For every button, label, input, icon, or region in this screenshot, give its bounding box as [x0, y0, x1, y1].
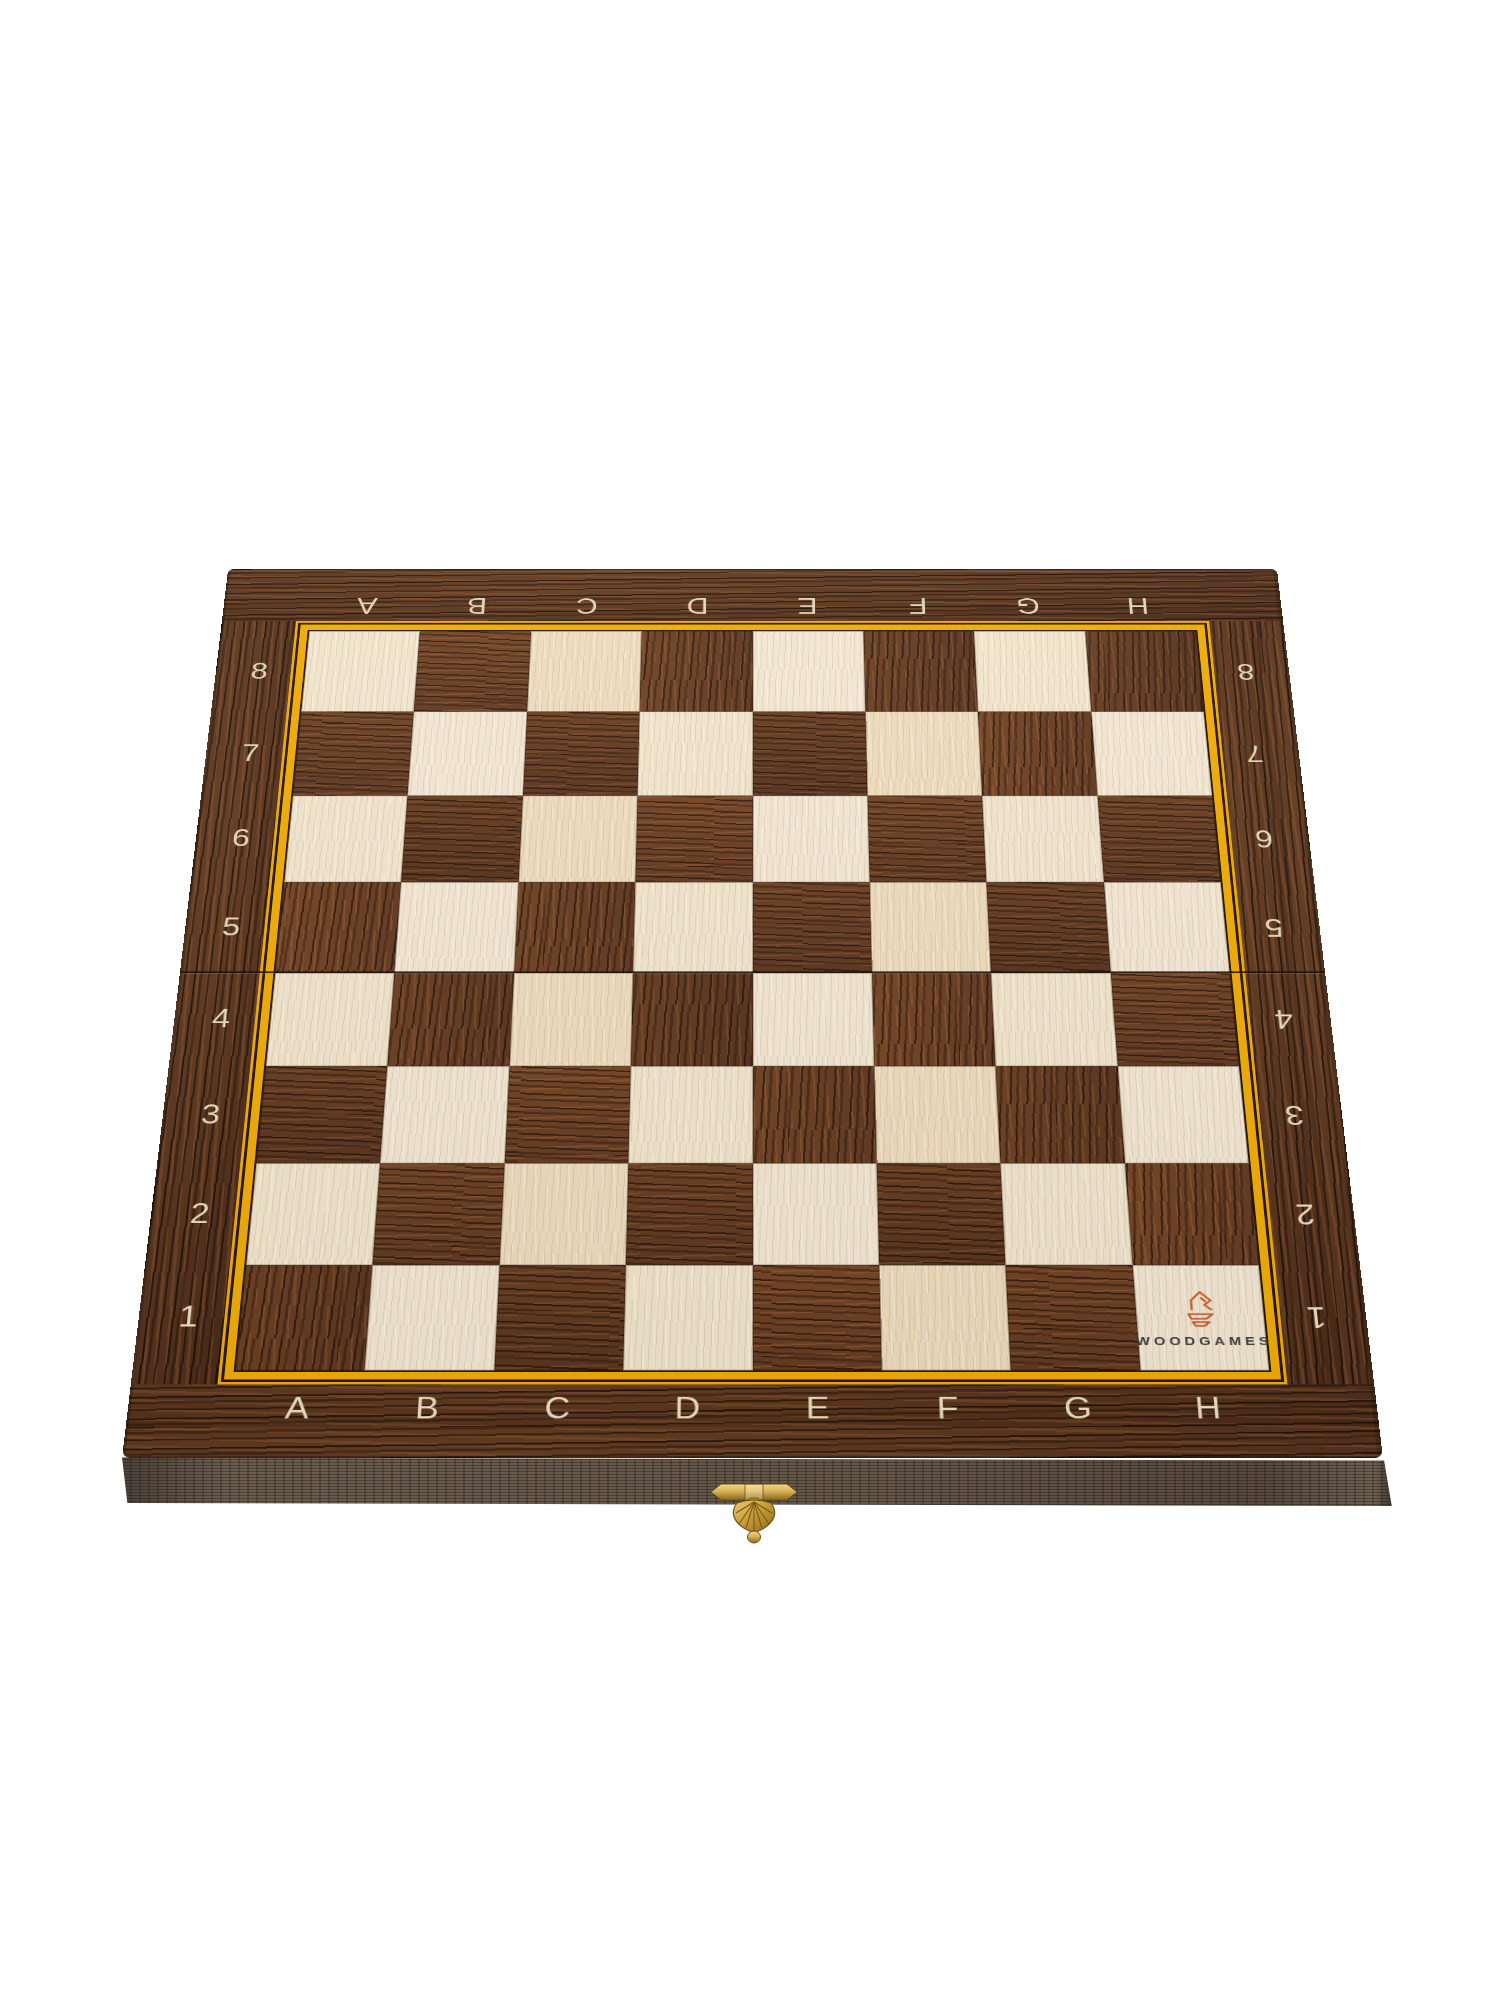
file-label-bottom-c: C	[544, 1393, 571, 1423]
rank-label-left-2: 2	[189, 1200, 211, 1228]
square-b7	[408, 712, 527, 796]
square-e6	[753, 796, 870, 883]
rank-label-left-1: 1	[177, 1303, 200, 1332]
square-g2	[1001, 1164, 1133, 1265]
square-e1	[753, 1265, 882, 1371]
square-d4	[631, 972, 753, 1066]
square-e4	[753, 972, 875, 1066]
square-b4	[388, 972, 514, 1066]
rank-label-right-4: 4	[1273, 1006, 1294, 1032]
file-label-bottom-b: B	[414, 1393, 440, 1423]
brass-clasp	[709, 1482, 799, 1548]
square-g8	[974, 631, 1091, 712]
rank-label-right-3: 3	[1283, 1101, 1305, 1128]
square-b6	[401, 796, 522, 883]
square-a6	[284, 796, 408, 883]
square-c6	[518, 796, 637, 883]
square-a1	[236, 1265, 373, 1371]
rank-label-left-3: 3	[200, 1101, 222, 1128]
square-g5	[987, 882, 1111, 972]
file-label-top-h: H	[1126, 595, 1150, 616]
square-f3	[874, 1066, 1000, 1163]
rank-label-left-8: 8	[250, 660, 269, 682]
rank-label-right-1: 1	[1305, 1303, 1328, 1332]
square-e5	[753, 882, 872, 972]
file-label-bottom-h: H	[1194, 1393, 1222, 1423]
square-h2	[1125, 1164, 1259, 1265]
file-label-top-a: A	[356, 595, 378, 616]
file-label-bottom-g: G	[1063, 1393, 1093, 1423]
square-h8	[1085, 631, 1204, 712]
square-f5	[870, 882, 992, 972]
rank-label-left-7: 7	[240, 742, 260, 765]
square-a4	[266, 972, 395, 1066]
rank-label-right-5: 5	[1263, 915, 1284, 940]
square-e8	[753, 631, 866, 712]
file-label-bottom-d: D	[674, 1393, 700, 1423]
square-a3	[256, 1066, 387, 1163]
square-h7	[1091, 712, 1212, 796]
knight-line-icon	[1176, 1289, 1224, 1329]
square-f7	[865, 712, 982, 796]
file-label-bottom-e: E	[806, 1393, 830, 1423]
square-b3	[380, 1066, 509, 1163]
square-c2	[499, 1164, 628, 1265]
square-d8	[640, 631, 753, 712]
square-e7	[753, 712, 868, 796]
square-g4	[991, 972, 1117, 1066]
square-h3	[1117, 1066, 1248, 1163]
square-d1	[623, 1265, 752, 1371]
woodgames-logo: WOODGAMES	[1133, 1267, 1269, 1370]
rank-label-left-4: 4	[211, 1006, 232, 1032]
rank-label-left-6: 6	[231, 827, 251, 851]
square-c5	[514, 882, 636, 972]
file-label-top-f: F	[908, 595, 927, 616]
square-f4	[872, 972, 996, 1066]
file-label-top-e: E	[797, 595, 817, 616]
file-label-bottom-f: F	[936, 1393, 959, 1423]
square-a2	[246, 1164, 380, 1265]
rank-label-right-2: 2	[1294, 1200, 1316, 1228]
square-a5	[275, 882, 401, 972]
square-d6	[635, 796, 752, 883]
square-f6	[867, 796, 986, 883]
square-c4	[509, 972, 633, 1066]
file-label-top-c: C	[576, 595, 599, 616]
fold-seam	[180, 971, 1325, 974]
product-photo-background: WOODGAMES AABBCCDDEEFFGGHH88776655443322…	[0, 0, 1500, 2000]
square-d2	[626, 1164, 753, 1265]
square-a8	[301, 631, 420, 712]
file-label-top-d: D	[686, 595, 708, 616]
square-c7	[523, 712, 640, 796]
rank-label-right-8: 8	[1236, 660, 1255, 682]
square-g1	[1006, 1265, 1140, 1371]
square-g7	[978, 712, 1097, 796]
rank-label-right-6: 6	[1254, 827, 1274, 851]
frame-top	[222, 569, 1283, 621]
square-d5	[633, 882, 752, 972]
square-b2	[373, 1164, 505, 1265]
square-g3	[996, 1066, 1125, 1163]
square-h6	[1097, 796, 1221, 883]
rank-label-right-7: 7	[1245, 742, 1265, 765]
square-g6	[982, 796, 1103, 883]
square-d3	[628, 1066, 752, 1163]
square-c8	[527, 631, 642, 712]
square-a7	[293, 712, 414, 796]
square-h5	[1104, 882, 1230, 972]
file-label-top-b: B	[466, 595, 487, 616]
square-c3	[504, 1066, 630, 1163]
square-b1	[365, 1265, 499, 1371]
square-c1	[494, 1265, 626, 1371]
file-label-bottom-a: A	[284, 1393, 310, 1423]
file-label-top-g: G	[1016, 595, 1041, 616]
square-f1	[879, 1265, 1011, 1371]
square-f8	[863, 631, 978, 712]
rank-label-left-5: 5	[221, 915, 242, 940]
square-e2	[753, 1164, 880, 1265]
chess-board	[236, 631, 1270, 1370]
square-f2	[877, 1164, 1006, 1265]
logo-text: WOODGAMES	[1132, 1335, 1273, 1347]
square-b5	[395, 882, 519, 972]
square-d7	[638, 712, 753, 796]
square-h4	[1110, 972, 1239, 1066]
square-b8	[414, 631, 531, 712]
chessboard-top-face: WOODGAMES AABBCCDDEEFFGGHH88776655443322…	[122, 569, 1383, 1458]
square-e3	[753, 1066, 877, 1163]
